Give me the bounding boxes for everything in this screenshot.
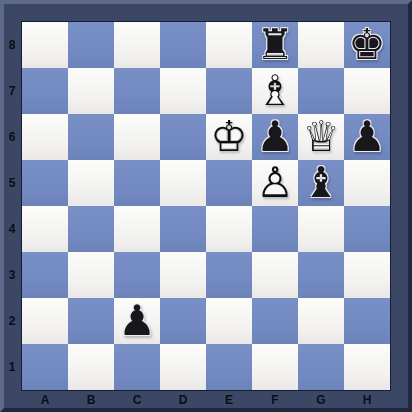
square-f2[interactable] (252, 298, 298, 344)
square-c8[interactable] (114, 22, 160, 68)
square-b6[interactable] (68, 114, 114, 160)
square-h5[interactable] (344, 160, 390, 206)
file-label-a: A (22, 393, 68, 408)
square-b2[interactable] (68, 298, 114, 344)
white-bishop-glyph: ♗ (252, 68, 298, 114)
square-h4[interactable] (344, 206, 390, 252)
square-f5[interactable]: ♟♙ (252, 160, 298, 206)
square-e7[interactable] (206, 68, 252, 114)
square-e1[interactable] (206, 344, 252, 390)
square-h3[interactable] (344, 252, 390, 298)
white-queen-glyph: ♕ (298, 114, 344, 160)
square-g3[interactable] (298, 252, 344, 298)
chess-board-frame: ♜♚♝♗♚♔♟♛♕♟♟♙♝♟ 87654321 ABCDEFGH (0, 0, 412, 412)
square-d2[interactable] (160, 298, 206, 344)
square-g5[interactable]: ♝ (298, 160, 344, 206)
file-label-h: H (344, 393, 390, 408)
square-g4[interactable] (298, 206, 344, 252)
square-b3[interactable] (68, 252, 114, 298)
piece-black-rook: ♜ (252, 22, 298, 68)
square-g2[interactable] (298, 298, 344, 344)
square-b1[interactable] (68, 344, 114, 390)
file-label-f: F (252, 393, 298, 408)
file-label-g: G (298, 393, 344, 408)
rank-label-2: 2 (4, 298, 20, 344)
rank-label-5: 5 (4, 160, 20, 206)
square-e6[interactable]: ♚♔ (206, 114, 252, 160)
square-f4[interactable] (252, 206, 298, 252)
square-c3[interactable] (114, 252, 160, 298)
square-d3[interactable] (160, 252, 206, 298)
square-a3[interactable] (22, 252, 68, 298)
piece-black-pawn: ♟ (114, 298, 160, 344)
file-label-b: B (68, 393, 114, 408)
piece-white-bishop: ♝♗ (252, 68, 298, 114)
square-a2[interactable] (22, 298, 68, 344)
square-f1[interactable] (252, 344, 298, 390)
square-a6[interactable] (22, 114, 68, 160)
square-g7[interactable] (298, 68, 344, 114)
black-bishop-glyph: ♝ (298, 160, 344, 206)
rank-label-4: 4 (4, 206, 20, 252)
black-pawn-glyph: ♟ (252, 114, 298, 160)
file-label-e: E (206, 393, 252, 408)
black-rook-glyph: ♜ (252, 22, 298, 68)
rank-label-7: 7 (4, 68, 20, 114)
square-e3[interactable] (206, 252, 252, 298)
black-king-glyph: ♚ (344, 22, 390, 68)
black-pawn-glyph: ♟ (114, 298, 160, 344)
square-a8[interactable] (22, 22, 68, 68)
piece-white-queen: ♛♕ (298, 114, 344, 160)
square-f7[interactable]: ♝♗ (252, 68, 298, 114)
piece-black-pawn: ♟ (344, 114, 390, 160)
square-d1[interactable] (160, 344, 206, 390)
square-h6[interactable]: ♟ (344, 114, 390, 160)
square-a7[interactable] (22, 68, 68, 114)
square-h1[interactable] (344, 344, 390, 390)
square-f3[interactable] (252, 252, 298, 298)
square-h7[interactable] (344, 68, 390, 114)
square-c2[interactable]: ♟ (114, 298, 160, 344)
file-label-c: C (114, 393, 160, 408)
square-d6[interactable] (160, 114, 206, 160)
piece-black-bishop: ♝ (298, 160, 344, 206)
square-e5[interactable] (206, 160, 252, 206)
square-b4[interactable] (68, 206, 114, 252)
square-h8[interactable]: ♚ (344, 22, 390, 68)
square-c4[interactable] (114, 206, 160, 252)
square-b7[interactable] (68, 68, 114, 114)
square-b5[interactable] (68, 160, 114, 206)
square-a1[interactable] (22, 344, 68, 390)
square-b8[interactable] (68, 22, 114, 68)
square-g8[interactable] (298, 22, 344, 68)
square-g6[interactable]: ♛♕ (298, 114, 344, 160)
square-h2[interactable] (344, 298, 390, 344)
square-c7[interactable] (114, 68, 160, 114)
piece-white-king: ♚♔ (206, 114, 252, 160)
chess-board: ♜♚♝♗♚♔♟♛♕♟♟♙♝♟ (21, 21, 391, 391)
square-d8[interactable] (160, 22, 206, 68)
square-c6[interactable] (114, 114, 160, 160)
square-d7[interactable] (160, 68, 206, 114)
square-e8[interactable] (206, 22, 252, 68)
square-c5[interactable] (114, 160, 160, 206)
square-e4[interactable] (206, 206, 252, 252)
rank-label-8: 8 (4, 22, 20, 68)
piece-black-king: ♚ (344, 22, 390, 68)
square-a5[interactable] (22, 160, 68, 206)
square-d5[interactable] (160, 160, 206, 206)
rank-label-3: 3 (4, 252, 20, 298)
square-c1[interactable] (114, 344, 160, 390)
black-pawn-glyph: ♟ (344, 114, 390, 160)
square-a4[interactable] (22, 206, 68, 252)
rank-label-1: 1 (4, 344, 20, 390)
piece-white-pawn: ♟♙ (252, 160, 298, 206)
rank-label-6: 6 (4, 114, 20, 160)
file-label-d: D (160, 393, 206, 408)
piece-black-pawn: ♟ (252, 114, 298, 160)
square-g1[interactable] (298, 344, 344, 390)
square-d4[interactable] (160, 206, 206, 252)
square-f8[interactable]: ♜ (252, 22, 298, 68)
square-e2[interactable] (206, 298, 252, 344)
white-king-glyph: ♔ (206, 114, 252, 160)
white-pawn-glyph: ♙ (252, 160, 298, 206)
square-f6[interactable]: ♟ (252, 114, 298, 160)
